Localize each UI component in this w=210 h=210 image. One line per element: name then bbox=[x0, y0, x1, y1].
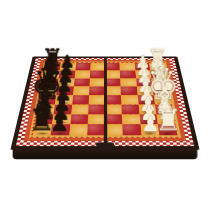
board-square[interactable]: ♟ bbox=[51, 124, 70, 135]
board-square[interactable] bbox=[73, 78, 89, 86]
board-square[interactable] bbox=[105, 95, 122, 104]
board-square[interactable] bbox=[72, 95, 89, 104]
chess-set-photo: ♜♟♟♜♞♟♟♞♝♟♟♝♛♟♟♛♚♟♟♚♝♟♟♝♞♟♟♞♜♟♟♜ bbox=[0, 0, 210, 210]
board-front-edge bbox=[13, 150, 198, 159]
board-square[interactable] bbox=[71, 104, 89, 114]
board-square[interactable] bbox=[122, 104, 140, 114]
piece-black-pawn-8[interactable]: ♟ bbox=[50, 113, 69, 134]
board-square[interactable] bbox=[74, 70, 90, 78]
board-square[interactable] bbox=[105, 104, 122, 114]
board-square[interactable] bbox=[120, 70, 136, 78]
board-square[interactable] bbox=[105, 63, 120, 71]
board-square[interactable] bbox=[75, 63, 90, 71]
board-square[interactable] bbox=[87, 114, 105, 124]
chess-board: ♜♟♟♜♞♟♟♞♝♟♟♝♛♟♟♛♚♟♟♚♝♟♟♝♞♟♟♞♜♟♟♜ bbox=[10, 57, 199, 150]
board-clasp-latch[interactable] bbox=[96, 142, 114, 146]
board-square[interactable] bbox=[105, 70, 120, 78]
piece-white-rook-b[interactable]: ♜ bbox=[155, 105, 182, 135]
board-square[interactable] bbox=[70, 114, 88, 124]
board-square[interactable] bbox=[120, 78, 136, 86]
board-fold-hinge bbox=[103, 57, 106, 148]
board-square[interactable] bbox=[105, 114, 123, 124]
board-square[interactable] bbox=[105, 78, 121, 86]
board-square[interactable]: ♜ bbox=[158, 124, 178, 135]
board-square[interactable] bbox=[120, 63, 135, 71]
board-square[interactable] bbox=[121, 95, 138, 104]
board-square[interactable] bbox=[122, 114, 140, 124]
